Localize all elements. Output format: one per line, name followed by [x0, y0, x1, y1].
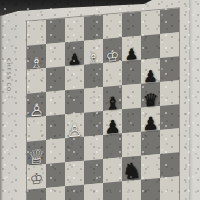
board-square[interactable] — [122, 12, 141, 38]
board-square[interactable] — [46, 90, 65, 116]
board-square[interactable] — [46, 114, 65, 140]
black-pawn[interactable]: ♟ — [122, 47, 141, 64]
board-square[interactable]: ♟ — [122, 36, 141, 62]
board-square[interactable]: ♔ — [103, 37, 122, 63]
board-square[interactable]: ♕ — [27, 140, 46, 166]
board-square[interactable] — [160, 32, 179, 58]
black-pawn[interactable]: ♟ — [103, 117, 122, 137]
board-square[interactable] — [84, 159, 103, 185]
board-square[interactable] — [84, 15, 103, 41]
board-grid: ♗♟♗♔♟♟♙♝♛♙♟♟♕♔♞ — [27, 8, 179, 200]
board-square[interactable] — [84, 87, 103, 113]
board-square[interactable] — [160, 8, 179, 34]
black-pawn[interactable]: ♟ — [141, 68, 160, 86]
white-pawn[interactable]: ♙ — [27, 101, 46, 120]
black-pawn[interactable]: ♟ — [141, 114, 160, 134]
board-square[interactable] — [160, 128, 179, 154]
white-pawn[interactable]: ♙ — [65, 121, 84, 141]
board-square[interactable] — [103, 181, 122, 200]
white-bishop[interactable]: ♗ — [27, 55, 46, 72]
board-brand-text: CHESS Co. — [6, 58, 12, 95]
board-square[interactable] — [141, 154, 160, 180]
white-queen[interactable]: ♕ — [27, 146, 46, 168]
board-square[interactable] — [160, 80, 179, 106]
board-square[interactable] — [160, 152, 179, 178]
black-knight[interactable]: ♞ — [122, 160, 141, 184]
board-square[interactable] — [160, 56, 179, 82]
board-square[interactable]: ♟ — [141, 58, 160, 84]
board-square[interactable] — [46, 42, 65, 68]
board-square[interactable] — [46, 18, 65, 44]
chessboard-photo: CHESS Co. ♗♟♗♔♟♟♙♝♛♙♟♟♕♔♞ — [0, 0, 200, 200]
board-square[interactable]: ♞ — [122, 156, 141, 182]
board-square[interactable] — [160, 104, 179, 130]
board-square[interactable] — [65, 89, 84, 115]
board-square[interactable] — [122, 84, 141, 110]
board-square[interactable] — [46, 138, 65, 164]
board-square[interactable] — [141, 10, 160, 36]
board-square[interactable] — [65, 161, 84, 187]
board-square[interactable] — [65, 185, 84, 200]
board-square[interactable] — [27, 188, 46, 200]
board-frame-edge — [0, 13, 3, 200]
board-square[interactable] — [141, 178, 160, 200]
board-square[interactable] — [160, 176, 179, 200]
board-square[interactable]: ♝ — [103, 85, 122, 111]
board-square[interactable] — [27, 20, 46, 46]
board-square[interactable] — [122, 108, 141, 134]
board-square[interactable] — [65, 17, 84, 43]
black-bishop[interactable]: ♝ — [103, 94, 122, 113]
board-square[interactable]: ♗ — [84, 39, 103, 65]
board-square[interactable] — [103, 13, 122, 39]
chess-board: CHESS Co. ♗♟♗♔♟♟♙♝♛♙♟♟♕♔♞ — [0, 0, 189, 200]
board-square[interactable] — [84, 111, 103, 137]
board-square[interactable]: ♟ — [65, 41, 84, 67]
board-square[interactable] — [46, 66, 65, 92]
board-square[interactable] — [46, 162, 65, 188]
board-square[interactable]: ♙ — [65, 113, 84, 139]
board-square[interactable] — [84, 183, 103, 200]
board-square[interactable] — [103, 157, 122, 183]
crown-emblem: ♔ — [27, 171, 46, 188]
board-square[interactable]: ♙ — [27, 92, 46, 118]
black-queen[interactable]: ♛ — [141, 91, 160, 110]
board-square[interactable] — [84, 135, 103, 161]
board-square[interactable] — [141, 34, 160, 60]
board-square[interactable] — [122, 132, 141, 158]
white-king[interactable]: ♔ — [103, 48, 122, 65]
board-square[interactable] — [46, 186, 65, 200]
black-pawn[interactable]: ♟ — [65, 52, 84, 69]
board-square[interactable]: ♗ — [27, 44, 46, 70]
white-bishop[interactable]: ♗ — [84, 50, 103, 67]
